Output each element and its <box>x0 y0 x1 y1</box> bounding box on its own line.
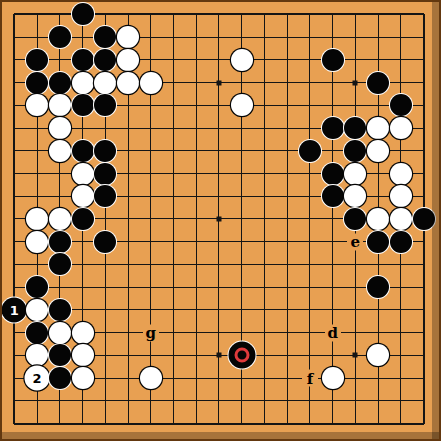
intersection-3-12[interactable] <box>48 253 71 276</box>
intersection-10-7[interactable] <box>208 139 231 162</box>
intersection-4-4[interactable] <box>71 71 94 94</box>
intersection-2-14[interactable] <box>26 299 49 322</box>
intersection-6-6[interactable] <box>117 117 140 140</box>
intersection-15-14[interactable] <box>321 299 344 322</box>
intersection-19-3[interactable] <box>412 48 435 71</box>
intersection-17-7[interactable] <box>367 139 390 162</box>
intersection-10-4[interactable] <box>208 71 231 94</box>
intersection-18-10[interactable] <box>389 208 412 231</box>
intersection-12-13[interactable] <box>253 276 276 299</box>
intersection-6-11[interactable] <box>117 230 140 253</box>
intersection-15-13[interactable] <box>321 276 344 299</box>
intersection-12-19[interactable] <box>253 412 276 435</box>
intersection-16-19[interactable] <box>344 412 367 435</box>
intersection-7-12[interactable] <box>139 253 162 276</box>
intersection-13-16[interactable] <box>276 344 299 367</box>
intersection-12-15[interactable] <box>253 321 276 344</box>
intersection-8-15[interactable] <box>162 321 185 344</box>
intersection-18-1[interactable] <box>389 3 412 26</box>
intersection-3-8[interactable] <box>48 162 71 185</box>
intersection-18-19[interactable] <box>389 412 412 435</box>
intersection-9-8[interactable] <box>185 162 208 185</box>
intersection-4-3[interactable] <box>71 48 94 71</box>
intersection-2-7[interactable] <box>26 139 49 162</box>
intersection-9-18[interactable] <box>185 389 208 412</box>
intersection-19-12[interactable] <box>412 253 435 276</box>
intersection-12-17[interactable] <box>253 367 276 390</box>
intersection-3-18[interactable] <box>48 389 71 412</box>
intersection-17-8[interactable] <box>367 162 390 185</box>
intersection-7-1[interactable] <box>139 3 162 26</box>
intersection-9-13[interactable] <box>185 276 208 299</box>
intersection-3-15[interactable] <box>48 321 71 344</box>
intersection-2-19[interactable] <box>26 412 49 435</box>
intersection-15-12[interactable] <box>321 253 344 276</box>
intersection-16-18[interactable] <box>344 389 367 412</box>
intersection-3-5[interactable] <box>48 94 71 117</box>
intersection-12-11[interactable] <box>253 230 276 253</box>
intersection-6-14[interactable] <box>117 299 140 322</box>
intersection-1-5[interactable] <box>3 94 26 117</box>
intersection-5-5[interactable] <box>94 94 117 117</box>
intersection-19-18[interactable] <box>412 389 435 412</box>
intersection-12-6[interactable] <box>253 117 276 140</box>
intersection-10-14[interactable] <box>208 299 231 322</box>
intersection-4-10[interactable] <box>71 208 94 231</box>
intersection-6-13[interactable] <box>117 276 140 299</box>
intersection-10-12[interactable] <box>208 253 231 276</box>
intersection-9-2[interactable] <box>185 26 208 49</box>
intersection-13-6[interactable] <box>276 117 299 140</box>
intersection-9-5[interactable] <box>185 94 208 117</box>
intersection-6-19[interactable] <box>117 412 140 435</box>
intersection-13-4[interactable] <box>276 71 299 94</box>
intersection-10-2[interactable] <box>208 26 231 49</box>
intersection-14-19[interactable] <box>299 412 322 435</box>
intersection-16-7[interactable] <box>344 139 367 162</box>
intersection-7-13[interactable] <box>139 276 162 299</box>
intersection-8-5[interactable] <box>162 94 185 117</box>
intersection-15-1[interactable] <box>321 3 344 26</box>
intersection-14-17[interactable]: f <box>299 367 322 390</box>
intersection-1-14[interactable]: 1 <box>3 299 26 322</box>
intersection-8-6[interactable] <box>162 117 185 140</box>
intersection-7-2[interactable] <box>139 26 162 49</box>
intersection-19-5[interactable] <box>412 94 435 117</box>
intersection-17-4[interactable] <box>367 71 390 94</box>
intersection-5-16[interactable] <box>94 344 117 367</box>
intersection-18-17[interactable] <box>389 367 412 390</box>
intersection-7-8[interactable] <box>139 162 162 185</box>
intersection-18-9[interactable] <box>389 185 412 208</box>
intersection-5-6[interactable] <box>94 117 117 140</box>
intersection-18-16[interactable] <box>389 344 412 367</box>
intersection-19-8[interactable] <box>412 162 435 185</box>
intersection-9-4[interactable] <box>185 71 208 94</box>
intersection-11-13[interactable] <box>230 276 253 299</box>
intersection-6-9[interactable] <box>117 185 140 208</box>
intersection-15-18[interactable] <box>321 389 344 412</box>
intersection-7-18[interactable] <box>139 389 162 412</box>
intersection-2-10[interactable] <box>26 208 49 231</box>
intersection-1-17[interactable] <box>3 367 26 390</box>
intersection-9-1[interactable] <box>185 3 208 26</box>
intersection-17-11[interactable] <box>367 230 390 253</box>
intersection-12-1[interactable] <box>253 3 276 26</box>
intersection-3-7[interactable] <box>48 139 71 162</box>
intersection-1-13[interactable] <box>3 276 26 299</box>
intersection-19-11[interactable] <box>412 230 435 253</box>
intersection-17-15[interactable] <box>367 321 390 344</box>
intersection-16-14[interactable] <box>344 299 367 322</box>
intersection-8-17[interactable] <box>162 367 185 390</box>
intersection-14-5[interactable] <box>299 94 322 117</box>
intersection-4-9[interactable] <box>71 185 94 208</box>
intersection-5-17[interactable] <box>94 367 117 390</box>
intersection-15-6[interactable] <box>321 117 344 140</box>
intersection-12-5[interactable] <box>253 94 276 117</box>
intersection-3-4[interactable] <box>48 71 71 94</box>
intersection-9-3[interactable] <box>185 48 208 71</box>
intersection-5-15[interactable] <box>94 321 117 344</box>
intersection-14-7[interactable] <box>299 139 322 162</box>
intersection-9-17[interactable] <box>185 367 208 390</box>
intersection-10-5[interactable] <box>208 94 231 117</box>
intersection-13-10[interactable] <box>276 208 299 231</box>
intersection-12-18[interactable] <box>253 389 276 412</box>
intersection-5-8[interactable] <box>94 162 117 185</box>
intersection-10-9[interactable] <box>208 185 231 208</box>
intersection-16-5[interactable] <box>344 94 367 117</box>
intersection-7-15[interactable]: g <box>139 321 162 344</box>
intersection-17-12[interactable] <box>367 253 390 276</box>
intersection-6-4[interactable] <box>117 71 140 94</box>
intersection-17-18[interactable] <box>367 389 390 412</box>
intersection-6-10[interactable] <box>117 208 140 231</box>
intersection-2-11[interactable] <box>26 230 49 253</box>
intersection-8-2[interactable] <box>162 26 185 49</box>
intersection-5-7[interactable] <box>94 139 117 162</box>
intersection-11-7[interactable] <box>230 139 253 162</box>
intersection-15-10[interactable] <box>321 208 344 231</box>
intersection-16-15[interactable] <box>344 321 367 344</box>
intersection-14-16[interactable] <box>299 344 322 367</box>
intersection-9-10[interactable] <box>185 208 208 231</box>
intersection-9-9[interactable] <box>185 185 208 208</box>
intersection-12-12[interactable] <box>253 253 276 276</box>
intersection-8-18[interactable] <box>162 389 185 412</box>
intersection-4-17[interactable] <box>71 367 94 390</box>
intersection-9-12[interactable] <box>185 253 208 276</box>
intersection-10-15[interactable] <box>208 321 231 344</box>
intersection-15-8[interactable] <box>321 162 344 185</box>
intersection-7-14[interactable] <box>139 299 162 322</box>
intersection-17-13[interactable] <box>367 276 390 299</box>
intersection-16-10[interactable] <box>344 208 367 231</box>
intersection-16-16[interactable] <box>344 344 367 367</box>
intersection-17-2[interactable] <box>367 26 390 49</box>
intersection-14-18[interactable] <box>299 389 322 412</box>
intersection-13-1[interactable] <box>276 3 299 26</box>
intersection-3-11[interactable] <box>48 230 71 253</box>
intersection-11-12[interactable] <box>230 253 253 276</box>
intersection-5-3[interactable] <box>94 48 117 71</box>
intersection-10-1[interactable] <box>208 3 231 26</box>
intersection-17-5[interactable] <box>367 94 390 117</box>
intersection-9-19[interactable] <box>185 412 208 435</box>
intersection-6-15[interactable] <box>117 321 140 344</box>
intersection-2-16[interactable] <box>26 344 49 367</box>
intersection-1-6[interactable] <box>3 117 26 140</box>
intersection-2-9[interactable] <box>26 185 49 208</box>
intersection-4-7[interactable] <box>71 139 94 162</box>
intersection-11-1[interactable] <box>230 3 253 26</box>
intersection-18-11[interactable] <box>389 230 412 253</box>
intersection-5-12[interactable] <box>94 253 117 276</box>
intersection-14-10[interactable] <box>299 208 322 231</box>
intersection-19-6[interactable] <box>412 117 435 140</box>
intersection-6-2[interactable] <box>117 26 140 49</box>
intersection-16-4[interactable] <box>344 71 367 94</box>
intersection-19-7[interactable] <box>412 139 435 162</box>
intersection-14-3[interactable] <box>299 48 322 71</box>
intersection-15-9[interactable] <box>321 185 344 208</box>
intersection-10-3[interactable] <box>208 48 231 71</box>
intersection-10-13[interactable] <box>208 276 231 299</box>
intersection-5-14[interactable] <box>94 299 117 322</box>
intersection-2-3[interactable] <box>26 48 49 71</box>
intersection-1-1[interactable] <box>3 3 26 26</box>
intersection-14-8[interactable] <box>299 162 322 185</box>
intersection-16-11[interactable]: e <box>344 230 367 253</box>
intersection-14-6[interactable] <box>299 117 322 140</box>
intersection-3-2[interactable] <box>48 26 71 49</box>
intersection-17-19[interactable] <box>367 412 390 435</box>
intersection-9-15[interactable] <box>185 321 208 344</box>
intersection-7-10[interactable] <box>139 208 162 231</box>
intersection-4-6[interactable] <box>71 117 94 140</box>
intersection-3-10[interactable] <box>48 208 71 231</box>
intersection-2-15[interactable] <box>26 321 49 344</box>
intersection-13-19[interactable] <box>276 412 299 435</box>
intersection-15-3[interactable] <box>321 48 344 71</box>
intersection-6-16[interactable] <box>117 344 140 367</box>
intersection-6-1[interactable] <box>117 3 140 26</box>
intersection-5-4[interactable] <box>94 71 117 94</box>
intersection-10-18[interactable] <box>208 389 231 412</box>
intersection-18-3[interactable] <box>389 48 412 71</box>
intersection-11-6[interactable] <box>230 117 253 140</box>
intersection-15-17[interactable] <box>321 367 344 390</box>
intersection-13-9[interactable] <box>276 185 299 208</box>
intersection-18-4[interactable] <box>389 71 412 94</box>
intersection-5-9[interactable] <box>94 185 117 208</box>
intersection-1-8[interactable] <box>3 162 26 185</box>
intersection-14-9[interactable] <box>299 185 322 208</box>
intersection-7-7[interactable] <box>139 139 162 162</box>
intersection-5-10[interactable] <box>94 208 117 231</box>
intersection-8-12[interactable] <box>162 253 185 276</box>
intersection-13-5[interactable] <box>276 94 299 117</box>
intersection-14-12[interactable] <box>299 253 322 276</box>
intersection-4-1[interactable] <box>71 3 94 26</box>
intersection-1-11[interactable] <box>3 230 26 253</box>
intersection-15-4[interactable] <box>321 71 344 94</box>
intersection-11-3[interactable] <box>230 48 253 71</box>
intersection-18-8[interactable] <box>389 162 412 185</box>
intersection-15-2[interactable] <box>321 26 344 49</box>
intersection-1-19[interactable] <box>3 412 26 435</box>
intersection-6-5[interactable] <box>117 94 140 117</box>
intersection-8-11[interactable] <box>162 230 185 253</box>
intersection-11-4[interactable] <box>230 71 253 94</box>
intersection-19-2[interactable] <box>412 26 435 49</box>
intersection-13-11[interactable] <box>276 230 299 253</box>
intersection-5-18[interactable] <box>94 389 117 412</box>
intersection-18-15[interactable] <box>389 321 412 344</box>
intersection-12-9[interactable] <box>253 185 276 208</box>
intersection-7-17[interactable] <box>139 367 162 390</box>
intersection-4-16[interactable] <box>71 344 94 367</box>
intersection-2-5[interactable] <box>26 94 49 117</box>
intersection-11-9[interactable] <box>230 185 253 208</box>
intersection-15-5[interactable] <box>321 94 344 117</box>
intersection-3-9[interactable] <box>48 185 71 208</box>
intersection-4-18[interactable] <box>71 389 94 412</box>
intersection-14-15[interactable] <box>299 321 322 344</box>
intersection-2-8[interactable] <box>26 162 49 185</box>
intersection-2-13[interactable] <box>26 276 49 299</box>
intersection-15-16[interactable] <box>321 344 344 367</box>
intersection-15-15[interactable]: d <box>321 321 344 344</box>
intersection-2-1[interactable] <box>26 3 49 26</box>
intersection-9-7[interactable] <box>185 139 208 162</box>
intersection-15-11[interactable] <box>321 230 344 253</box>
intersection-19-16[interactable] <box>412 344 435 367</box>
intersection-16-2[interactable] <box>344 26 367 49</box>
intersection-9-11[interactable] <box>185 230 208 253</box>
intersection-9-6[interactable] <box>185 117 208 140</box>
intersection-12-4[interactable] <box>253 71 276 94</box>
intersection-13-13[interactable] <box>276 276 299 299</box>
intersection-10-17[interactable] <box>208 367 231 390</box>
intersection-13-14[interactable] <box>276 299 299 322</box>
intersection-16-8[interactable] <box>344 162 367 185</box>
intersection-8-16[interactable] <box>162 344 185 367</box>
intersection-19-17[interactable] <box>412 367 435 390</box>
intersection-11-2[interactable] <box>230 26 253 49</box>
intersection-4-13[interactable] <box>71 276 94 299</box>
intersection-1-16[interactable] <box>3 344 26 367</box>
intersection-7-6[interactable] <box>139 117 162 140</box>
intersection-10-10[interactable] <box>208 208 231 231</box>
intersection-10-8[interactable] <box>208 162 231 185</box>
intersection-13-3[interactable] <box>276 48 299 71</box>
intersection-19-14[interactable] <box>412 299 435 322</box>
intersection-17-9[interactable] <box>367 185 390 208</box>
intersection-2-12[interactable] <box>26 253 49 276</box>
intersection-3-6[interactable] <box>48 117 71 140</box>
intersection-17-17[interactable] <box>367 367 390 390</box>
intersection-2-4[interactable] <box>26 71 49 94</box>
intersection-5-13[interactable] <box>94 276 117 299</box>
intersection-6-12[interactable] <box>117 253 140 276</box>
intersection-11-16[interactable] <box>230 344 253 367</box>
intersection-5-11[interactable] <box>94 230 117 253</box>
intersection-16-12[interactable] <box>344 253 367 276</box>
intersection-19-13[interactable] <box>412 276 435 299</box>
intersection-18-2[interactable] <box>389 26 412 49</box>
intersection-17-14[interactable] <box>367 299 390 322</box>
intersection-10-11[interactable] <box>208 230 231 253</box>
intersection-10-19[interactable] <box>208 412 231 435</box>
intersection-1-12[interactable] <box>3 253 26 276</box>
intersection-13-2[interactable] <box>276 26 299 49</box>
intersection-6-7[interactable] <box>117 139 140 162</box>
intersection-18-13[interactable] <box>389 276 412 299</box>
intersection-12-8[interactable] <box>253 162 276 185</box>
intersection-18-7[interactable] <box>389 139 412 162</box>
intersection-12-14[interactable] <box>253 299 276 322</box>
intersection-19-1[interactable] <box>412 3 435 26</box>
intersection-8-19[interactable] <box>162 412 185 435</box>
intersection-4-19[interactable] <box>71 412 94 435</box>
intersection-5-2[interactable] <box>94 26 117 49</box>
intersection-5-1[interactable] <box>94 3 117 26</box>
intersection-8-7[interactable] <box>162 139 185 162</box>
intersection-17-3[interactable] <box>367 48 390 71</box>
intersection-1-4[interactable] <box>3 71 26 94</box>
intersection-1-7[interactable] <box>3 139 26 162</box>
intersection-17-1[interactable] <box>367 3 390 26</box>
intersection-12-2[interactable] <box>253 26 276 49</box>
intersection-16-6[interactable] <box>344 117 367 140</box>
intersection-18-18[interactable] <box>389 389 412 412</box>
intersection-14-1[interactable] <box>299 3 322 26</box>
intersection-4-11[interactable] <box>71 230 94 253</box>
intersection-3-16[interactable] <box>48 344 71 367</box>
intersection-11-8[interactable] <box>230 162 253 185</box>
intersection-16-9[interactable] <box>344 185 367 208</box>
intersection-11-14[interactable] <box>230 299 253 322</box>
intersection-13-15[interactable] <box>276 321 299 344</box>
intersection-2-17[interactable]: 2 <box>26 367 49 390</box>
intersection-2-6[interactable] <box>26 117 49 140</box>
intersection-1-10[interactable] <box>3 208 26 231</box>
intersection-12-10[interactable] <box>253 208 276 231</box>
intersection-4-5[interactable] <box>71 94 94 117</box>
intersection-13-8[interactable] <box>276 162 299 185</box>
intersection-6-3[interactable] <box>117 48 140 71</box>
intersection-19-10[interactable] <box>412 208 435 231</box>
intersection-14-11[interactable] <box>299 230 322 253</box>
intersection-8-13[interactable] <box>162 276 185 299</box>
intersection-8-4[interactable] <box>162 71 185 94</box>
intersection-17-16[interactable] <box>367 344 390 367</box>
intersection-7-4[interactable] <box>139 71 162 94</box>
intersection-19-4[interactable] <box>412 71 435 94</box>
intersection-14-14[interactable] <box>299 299 322 322</box>
intersection-16-3[interactable] <box>344 48 367 71</box>
intersection-10-6[interactable] <box>208 117 231 140</box>
intersection-8-9[interactable] <box>162 185 185 208</box>
intersection-1-18[interactable] <box>3 389 26 412</box>
intersection-18-14[interactable] <box>389 299 412 322</box>
intersection-16-13[interactable] <box>344 276 367 299</box>
intersection-4-14[interactable] <box>71 299 94 322</box>
intersection-4-12[interactable] <box>71 253 94 276</box>
intersection-12-16[interactable] <box>253 344 276 367</box>
